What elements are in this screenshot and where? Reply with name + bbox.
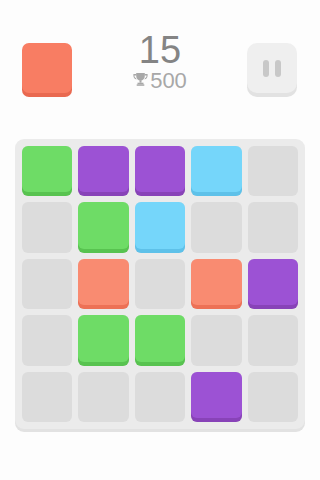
tile-purple-r1c3[interactable] (135, 146, 185, 192)
tile-purple-r1c2[interactable] (78, 146, 128, 192)
cell-r5c3[interactable] (135, 372, 185, 422)
cell-r3c5[interactable] (248, 259, 298, 309)
cell-r4c1[interactable] (22, 315, 72, 365)
cell-r2c1[interactable] (22, 202, 72, 252)
cell-r4c4[interactable] (191, 315, 241, 365)
cell-r5c1[interactable] (22, 372, 72, 422)
cell-r3c3[interactable] (135, 259, 185, 309)
cell-r3c2[interactable] (78, 259, 128, 309)
pause-icon (275, 60, 281, 77)
game-board (15, 139, 305, 429)
cell-r3c4[interactable] (191, 259, 241, 309)
cell-r2c4[interactable] (191, 202, 241, 252)
tile-blue-r2c3[interactable] (135, 202, 185, 248)
cell-r2c2[interactable] (78, 202, 128, 252)
trophy-icon (133, 73, 148, 89)
best-score-value: 500 (150, 72, 187, 90)
cell-r5c5[interactable] (248, 372, 298, 422)
cell-r1c3[interactable] (135, 146, 185, 196)
cell-r4c3[interactable] (135, 315, 185, 365)
cell-r2c3[interactable] (135, 202, 185, 252)
tile-green-r1c1[interactable] (22, 146, 72, 192)
cell-r1c1[interactable] (22, 146, 72, 196)
pause-icon (263, 60, 269, 77)
tile-blue-r1c4[interactable] (191, 146, 241, 192)
tile-orange-r3c2[interactable] (78, 259, 128, 305)
tile-orange-r3c4[interactable] (191, 259, 241, 305)
cell-r5c2[interactable] (78, 372, 128, 422)
cell-r1c4[interactable] (191, 146, 241, 196)
cell-r4c2[interactable] (78, 315, 128, 365)
cell-r1c5[interactable] (248, 146, 298, 196)
cell-r4c5[interactable] (248, 315, 298, 365)
cell-r5c4[interactable] (191, 372, 241, 422)
pause-button[interactable] (247, 43, 297, 93)
tile-purple-r3c5[interactable] (248, 259, 298, 305)
tile-green-r4c2[interactable] (78, 315, 128, 361)
tile-purple-r5c4[interactable] (191, 372, 241, 418)
board-grid (22, 146, 298, 422)
tile-green-r4c3[interactable] (135, 315, 185, 361)
cell-r2c5[interactable] (248, 202, 298, 252)
cell-r3c1[interactable] (22, 259, 72, 309)
tile-green-r2c2[interactable] (78, 202, 128, 248)
cell-r1c2[interactable] (78, 146, 128, 196)
